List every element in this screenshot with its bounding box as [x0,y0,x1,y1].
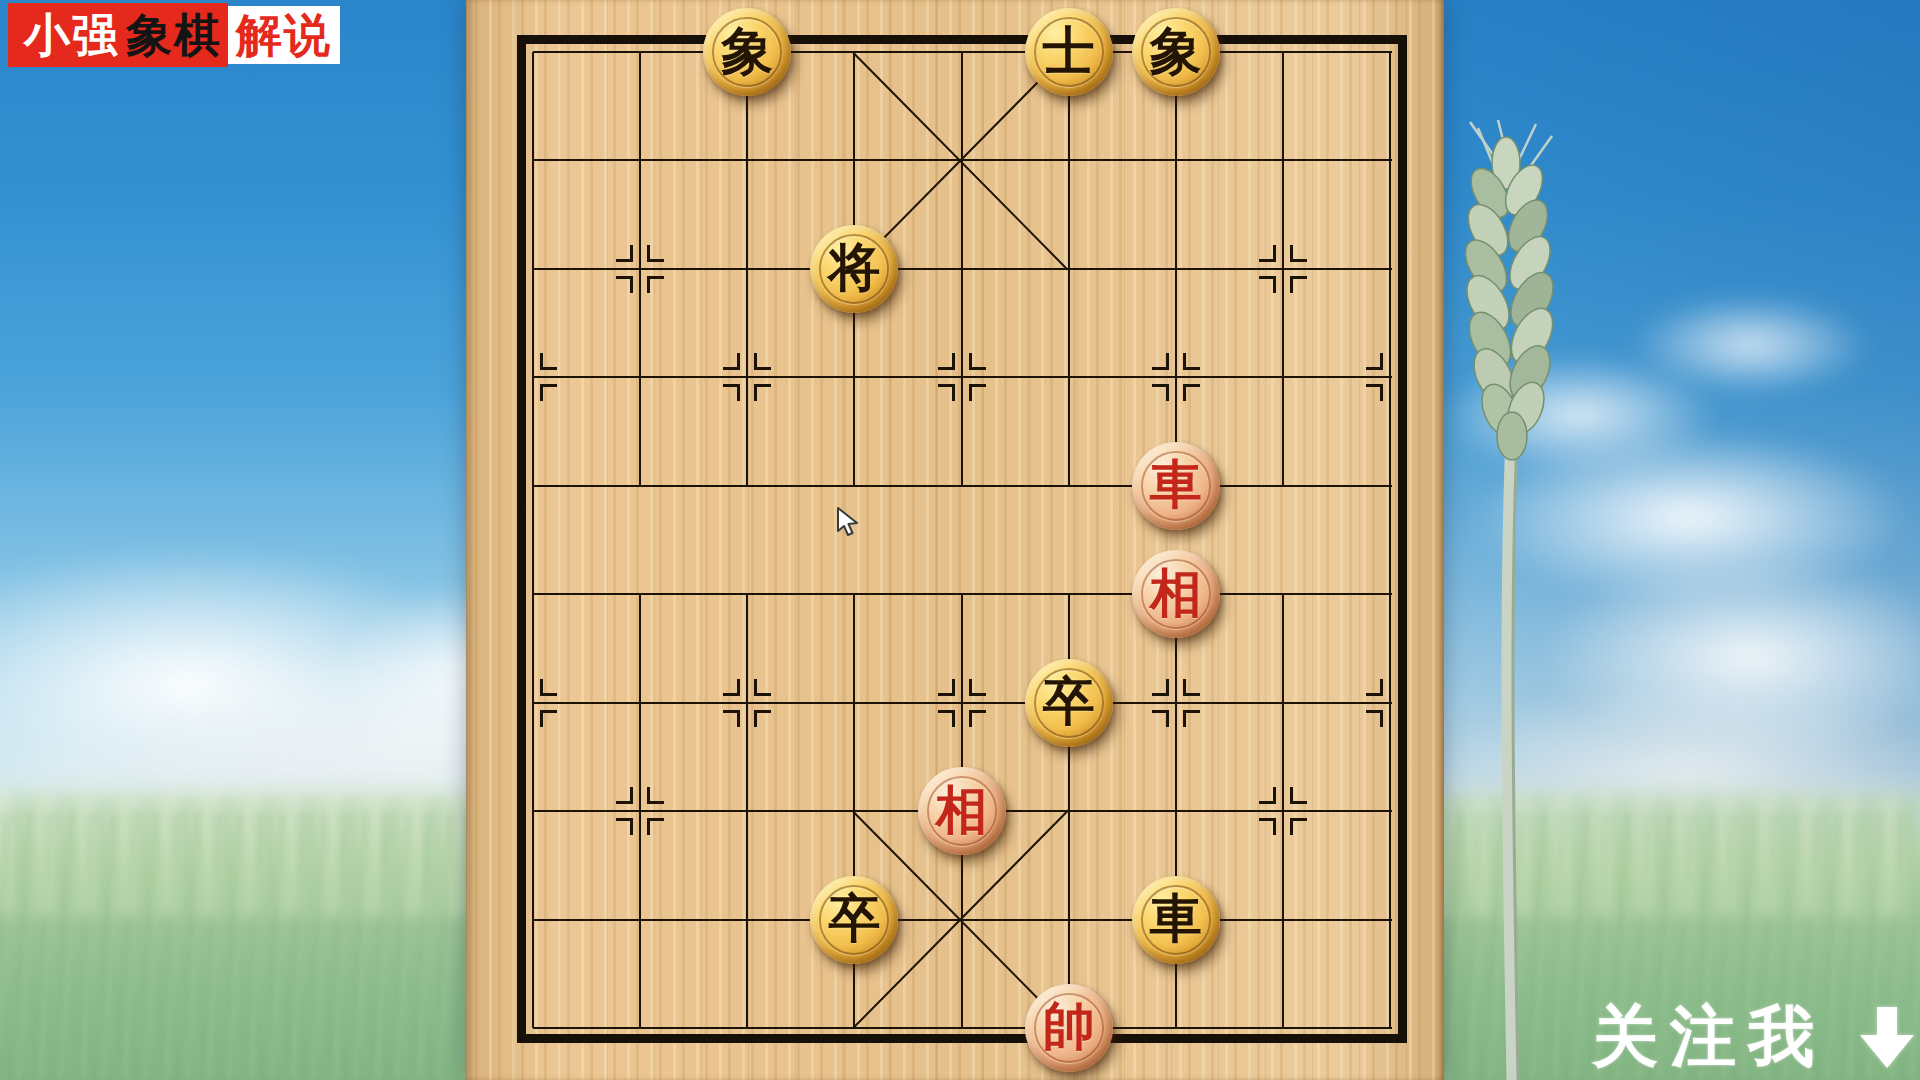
grid-line [532,52,534,1028]
position-marker [647,245,664,262]
position-marker [1366,679,1383,696]
position-marker [723,353,740,370]
piece-red-elephant-2[interactable]: 相 [918,767,1006,855]
position-marker [723,384,740,401]
position-marker [754,384,771,401]
position-marker [754,679,771,696]
piece-black-elephant-2[interactable]: 象 [1132,8,1220,96]
logo-text-part2: 象棋 [126,12,222,58]
grid-line [639,52,641,486]
position-marker [540,710,557,727]
grid-line [1282,52,1284,486]
piece-red-elephant-1[interactable]: 相 [1132,550,1220,638]
grid-line [533,51,1392,53]
position-marker [938,384,955,401]
piece-glyph: 士 [1043,25,1095,77]
grid-line [533,485,1392,487]
position-marker [1366,384,1383,401]
position-marker [754,353,771,370]
logo-red-segment: 小强 象棋 [8,3,228,67]
position-marker [1259,787,1276,804]
logo-text-part3: 解说 [236,12,332,58]
piece-glyph: 車 [1150,458,1202,510]
grid-line [961,52,963,486]
position-marker [616,787,633,804]
position-marker [969,710,986,727]
piece-glyph: 車 [1150,892,1202,944]
position-marker [1183,353,1200,370]
piece-black-soldier-1[interactable]: 卒 [1025,659,1113,747]
position-marker [616,276,633,293]
logo-white-segment: 解说 [228,6,340,64]
piece-black-soldier-2[interactable]: 卒 [810,876,898,964]
piece-glyph: 象 [1150,25,1202,77]
position-marker [540,679,557,696]
grid-line [639,594,641,1028]
position-marker [1259,245,1276,262]
position-marker [1183,710,1200,727]
piece-glyph: 卒 [828,892,880,944]
position-marker [1152,679,1169,696]
position-marker [540,384,557,401]
mouse-cursor [835,506,863,538]
piece-red-chariot[interactable]: 車 [1132,442,1220,530]
position-marker [938,679,955,696]
piece-glyph: 将 [828,241,880,293]
position-marker [938,710,955,727]
position-marker [1290,787,1307,804]
position-marker [754,710,771,727]
follow-cta[interactable]: 关注我 [1592,1004,1914,1070]
grid-line [746,594,748,1028]
position-marker [723,679,740,696]
position-marker [1290,818,1307,835]
piece-glyph: 卒 [1043,675,1095,727]
grid-line [533,593,1392,595]
piece-glyph: 相 [936,784,988,836]
piece-red-general[interactable]: 帥 [1025,984,1113,1072]
position-marker [1366,710,1383,727]
piece-black-advisor-1[interactable]: 士 [1025,8,1113,96]
position-marker [647,787,664,804]
position-marker [969,679,986,696]
piece-glyph: 相 [1150,567,1202,619]
position-marker [723,710,740,727]
grid-line [1175,52,1177,486]
channel-logo: 小强 象棋 解说 [8,3,343,67]
position-marker [1290,245,1307,262]
position-marker [647,276,664,293]
position-marker [969,384,986,401]
down-arrow-icon [1860,1007,1914,1068]
wheat-ear [1448,118,1570,1080]
logo-text-part1: 小强 [24,12,120,58]
follow-label[interactable]: 关注我 [1592,1004,1826,1070]
piece-glyph: 象 [721,25,773,77]
position-marker [1152,353,1169,370]
position-marker [969,353,986,370]
piece-black-general[interactable]: 将 [810,225,898,313]
position-marker [938,353,955,370]
position-marker [1366,353,1383,370]
position-marker [1290,276,1307,293]
grid-line [1389,52,1391,1028]
piece-black-elephant-1[interactable]: 象 [703,8,791,96]
xiangqi-board[interactable]: 象士象将車相卒相卒車帥 [466,0,1444,1080]
grid-line [533,702,1392,704]
piece-glyph: 帥 [1043,1000,1095,1052]
position-marker [1183,384,1200,401]
position-marker [1183,679,1200,696]
position-marker [1259,818,1276,835]
position-marker [1152,710,1169,727]
grid-line [1282,594,1284,1028]
grid-line [533,1027,1392,1029]
grid-line [746,52,748,486]
position-marker [1259,276,1276,293]
position-marker [1152,384,1169,401]
grid-line [533,376,1392,378]
piece-black-chariot[interactable]: 車 [1132,876,1220,964]
position-marker [540,353,557,370]
position-marker [647,818,664,835]
grid-line [533,268,1392,270]
screenshot-root: 象士象将車相卒相卒車帥 小强 象棋 解说 关注我 [0,0,1920,1080]
position-marker [616,245,633,262]
position-marker [616,818,633,835]
